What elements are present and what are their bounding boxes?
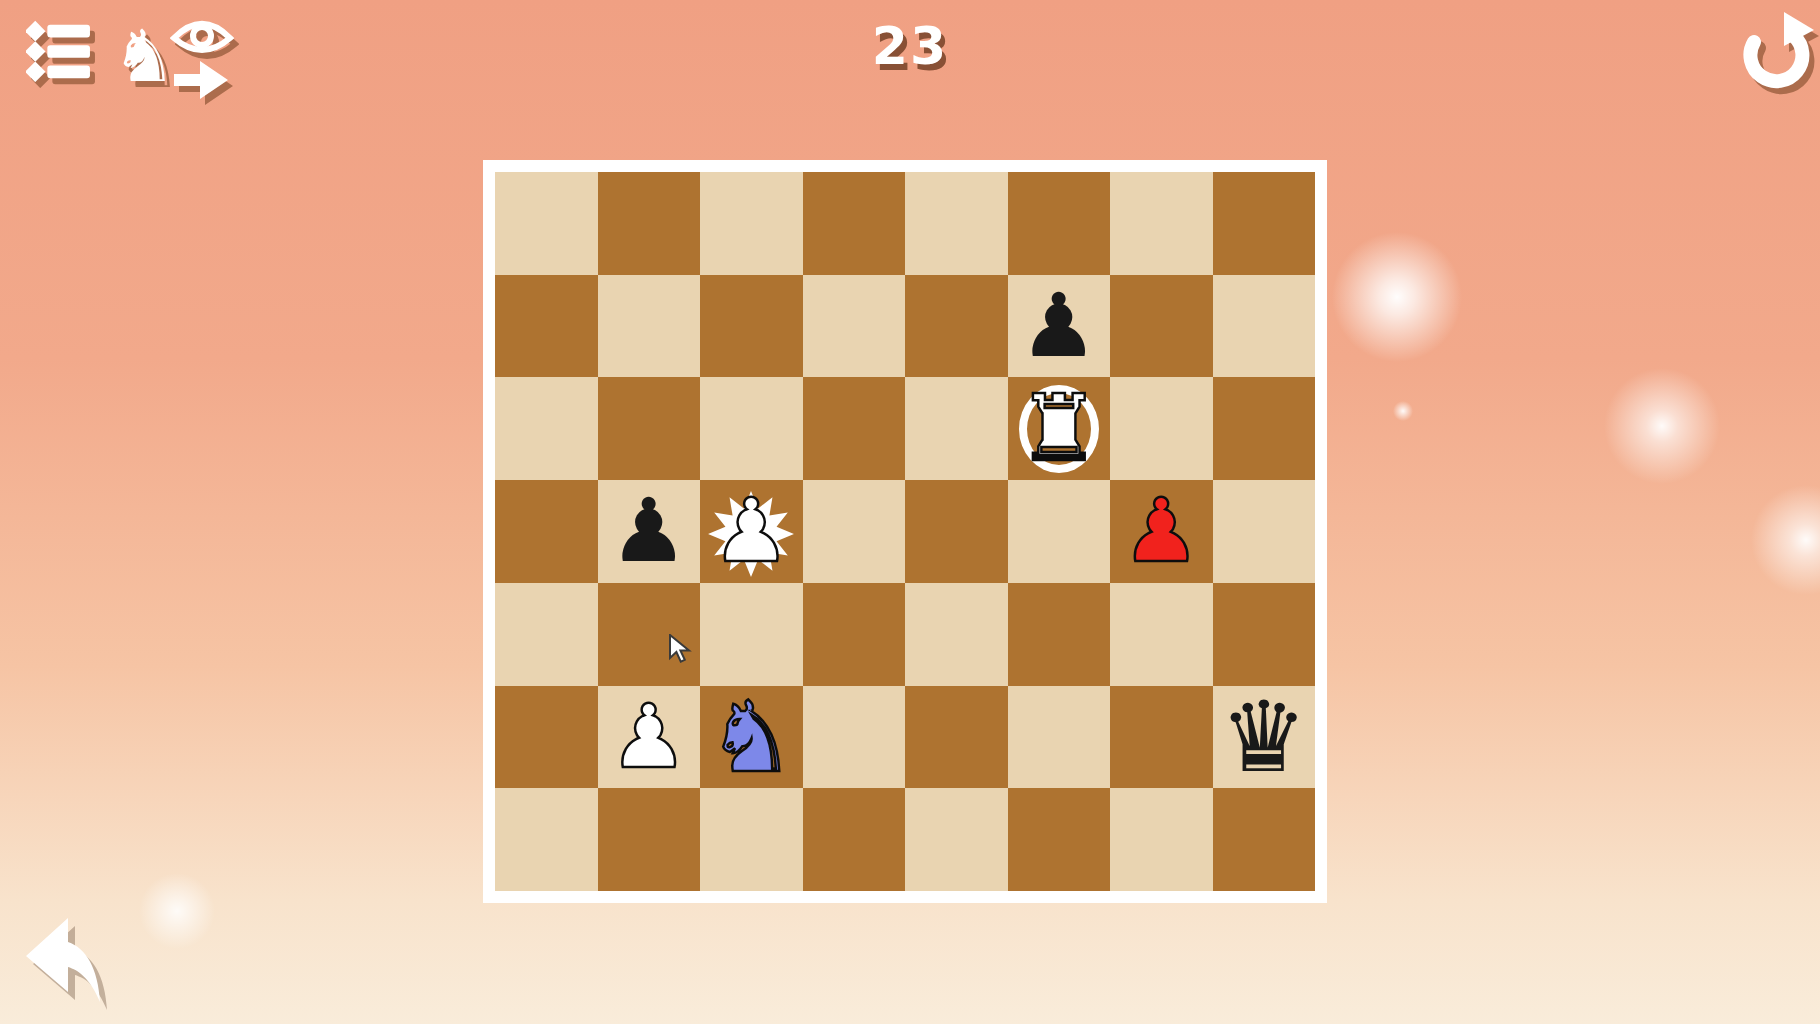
board-square-r5c3[interactable] [803, 686, 906, 789]
board-square-r6c0[interactable] [495, 788, 598, 891]
board-square-r1c2[interactable] [700, 275, 803, 378]
black-pawn[interactable]: ♟ [609, 487, 688, 575]
board-square-r5c6[interactable] [1110, 686, 1213, 789]
board-square-r5c0[interactable] [495, 686, 598, 789]
red-pawn[interactable]: ♟ [1122, 487, 1201, 575]
board-square-r4c1[interactable] [598, 583, 701, 686]
white-pawn[interactable]: ♟ [609, 693, 688, 781]
board-square-r0c5[interactable] [1008, 172, 1111, 275]
board-square-r1c1[interactable] [598, 275, 701, 378]
back-curved-arrow-icon [22, 912, 110, 1010]
board-square-r6c6[interactable] [1110, 788, 1213, 891]
board-square-r6c3[interactable] [803, 788, 906, 891]
board-square-r2c3[interactable] [803, 377, 906, 480]
board-square-r5c7[interactable]: ♛ [1213, 686, 1316, 789]
back-button[interactable] [22, 912, 110, 1010]
board-square-r4c6[interactable] [1110, 583, 1213, 686]
board-square-r0c1[interactable] [598, 172, 701, 275]
board-square-r6c7[interactable] [1213, 788, 1316, 891]
level-number: 23 [0, 16, 1820, 76]
board-square-r0c3[interactable] [803, 172, 906, 275]
black-queen[interactable]: ♛ [1220, 688, 1308, 786]
board-square-r1c0[interactable] [495, 275, 598, 378]
blue-knight[interactable]: ♞ [707, 688, 795, 786]
board-square-r3c7[interactable] [1213, 480, 1316, 583]
black-pawn[interactable]: ♟ [1019, 282, 1098, 370]
board-square-r0c7[interactable] [1213, 172, 1316, 275]
board-square-r6c4[interactable] [905, 788, 1008, 891]
board-square-r3c4[interactable] [905, 480, 1008, 583]
board-square-r3c1[interactable]: ♟ [598, 480, 701, 583]
board-square-r2c1[interactable] [598, 377, 701, 480]
chess-board: ♟♜♟♟♟♟♞♛ [495, 172, 1315, 891]
board-square-r1c6[interactable] [1110, 275, 1213, 378]
board-square-r3c3[interactable] [803, 480, 906, 583]
board-square-r1c5[interactable]: ♟ [1008, 275, 1111, 378]
board-square-r0c2[interactable] [700, 172, 803, 275]
board-square-r2c7[interactable] [1213, 377, 1316, 480]
board-square-r3c6[interactable]: ♟ [1110, 480, 1213, 583]
board-square-r4c5[interactable] [1008, 583, 1111, 686]
board-square-r6c2[interactable] [700, 788, 803, 891]
board-square-r4c2[interactable] [700, 583, 803, 686]
restart-button[interactable] [1738, 10, 1816, 94]
board-square-r4c0[interactable] [495, 583, 598, 686]
board-square-r0c0[interactable] [495, 172, 598, 275]
board-square-r2c2[interactable] [700, 377, 803, 480]
board-square-r0c4[interactable] [905, 172, 1008, 275]
board-square-r4c4[interactable] [905, 583, 1008, 686]
board-square-r6c5[interactable] [1008, 788, 1111, 891]
board-square-r3c0[interactable] [495, 480, 598, 583]
restart-circular-arrow-icon [1738, 10, 1816, 94]
board-square-r5c1[interactable]: ♟ [598, 686, 701, 789]
board-square-r0c6[interactable] [1110, 172, 1213, 275]
board-square-r3c5[interactable] [1008, 480, 1111, 583]
board-square-r1c7[interactable] [1213, 275, 1316, 378]
board-square-r4c3[interactable] [803, 583, 906, 686]
board-square-r2c6[interactable] [1110, 377, 1213, 480]
white-pawn[interactable]: ♟ [712, 487, 791, 575]
board-square-r5c4[interactable] [905, 686, 1008, 789]
board-frame: ♟♜♟♟♟♟♞♛ [483, 160, 1327, 903]
board-square-r1c3[interactable] [803, 275, 906, 378]
board-square-r2c0[interactable] [495, 377, 598, 480]
board-square-r1c4[interactable] [905, 275, 1008, 378]
white-rook[interactable]: ♜ [1018, 383, 1100, 475]
board-square-r5c5[interactable] [1008, 686, 1111, 789]
board-square-r6c1[interactable] [598, 788, 701, 891]
board-square-r5c2[interactable]: ♞ [700, 686, 803, 789]
board-square-r2c4[interactable] [905, 377, 1008, 480]
board-square-r2c5[interactable]: ♜ [1008, 377, 1111, 480]
board-square-r4c7[interactable] [1213, 583, 1316, 686]
board-square-r3c2[interactable]: ♟ [700, 480, 803, 583]
